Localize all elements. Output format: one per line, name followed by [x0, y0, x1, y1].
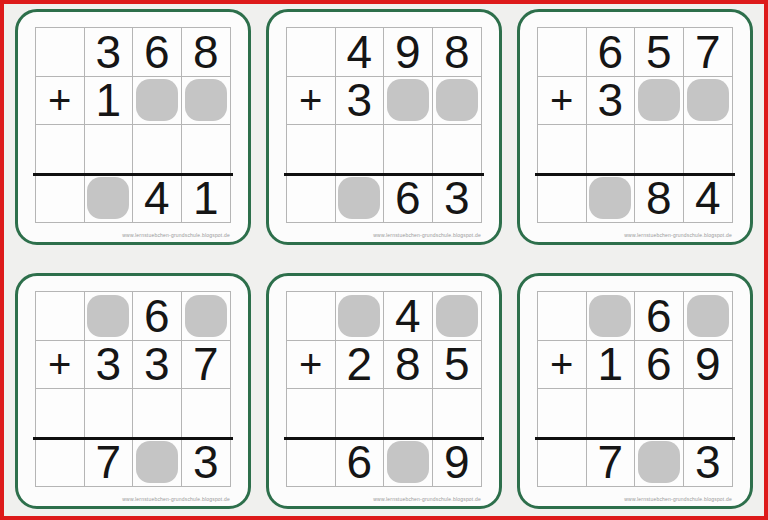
plus-sign: + [36, 341, 85, 390]
cell-r4c1 [287, 174, 336, 223]
digit-cell: 3 [433, 174, 482, 223]
watermark-url: www.lernstuebchen-grundschule.blogspot.d… [373, 496, 481, 502]
watermark-url: www.lernstuebchen-grundschule.blogspot.d… [624, 232, 732, 238]
cell-r1c1 [538, 28, 587, 77]
digit-cell: 3 [336, 77, 385, 126]
puzzle-card-1: 368+141www.lernstuebchen-grundschule.blo… [15, 9, 251, 245]
cell-r3c4 [684, 125, 733, 174]
digit-cell: 6 [336, 438, 385, 487]
cell-r3c4 [433, 125, 482, 174]
cell-r4c1 [36, 174, 85, 223]
blank-tile [87, 177, 129, 219]
digit-cell: 6 [635, 341, 684, 390]
addition-grid: 498+363 [286, 27, 482, 223]
cell-r4c1 [36, 438, 85, 487]
digit-cell: 6 [384, 174, 433, 223]
digit-cell: 1 [182, 174, 231, 223]
cell-r2c4 [433, 77, 482, 126]
cell-r1c4 [433, 292, 482, 341]
cell-r1c1 [36, 292, 85, 341]
cell-r4c2 [336, 174, 385, 223]
cell-r3c3 [384, 389, 433, 438]
digit-cell: 3 [182, 438, 231, 487]
blank-tile [185, 79, 227, 121]
digit-cell: 3 [85, 28, 134, 77]
cell-r3c2 [336, 125, 385, 174]
puzzle-card-6: 6+16973www.lernstuebchen-grundschule.blo… [517, 273, 753, 509]
cell-r3c3 [133, 125, 182, 174]
digit-cell: 7 [85, 438, 134, 487]
blank-tile [589, 295, 631, 337]
digit-cell: 9 [384, 28, 433, 77]
cell-r2c3 [384, 77, 433, 126]
digit-cell: 8 [384, 341, 433, 390]
digit-cell: 7 [684, 28, 733, 77]
cards-grid: 368+141www.lernstuebchen-grundschule.blo… [15, 9, 753, 509]
sum-line [33, 437, 233, 440]
digit-cell: 3 [85, 341, 134, 390]
watermark-url: www.lernstuebchen-grundschule.blogspot.d… [122, 232, 230, 238]
cell-r3c1 [36, 389, 85, 438]
cell-r3c1 [538, 389, 587, 438]
blank-tile [687, 295, 729, 337]
cell-r4c1 [538, 174, 587, 223]
digit-cell: 8 [433, 28, 482, 77]
blank-tile [338, 177, 380, 219]
cell-r3c1 [287, 389, 336, 438]
addition-grid: 657+384 [537, 27, 733, 223]
blank-tile [338, 295, 380, 337]
cell-r3c1 [36, 125, 85, 174]
cell-r3c3 [133, 389, 182, 438]
blank-tile [387, 79, 429, 121]
digit-cell: 2 [336, 341, 385, 390]
digit-cell: 4 [133, 174, 182, 223]
sum-line [535, 437, 735, 440]
blank-tile [436, 295, 478, 337]
plus-sign: + [287, 341, 336, 390]
cell-r1c1 [287, 28, 336, 77]
digit-cell: 3 [587, 77, 636, 126]
cell-r1c1 [538, 292, 587, 341]
cell-r3c3 [384, 125, 433, 174]
cell-r3c2 [587, 125, 636, 174]
digit-cell: 8 [635, 174, 684, 223]
digit-cell: 6 [133, 28, 182, 77]
puzzle-card-4: 6+33773www.lernstuebchen-grundschule.blo… [15, 273, 251, 509]
digit-cell: 3 [684, 438, 733, 487]
cell-r3c2 [587, 389, 636, 438]
blank-tile [185, 295, 227, 337]
cell-r1c2 [587, 292, 636, 341]
plus-sign: + [538, 341, 587, 390]
digit-cell: 4 [336, 28, 385, 77]
plus-sign: + [538, 77, 587, 126]
cell-r4c2 [85, 174, 134, 223]
cell-r3c2 [85, 389, 134, 438]
cell-r2c3 [635, 77, 684, 126]
digit-cell: 3 [133, 341, 182, 390]
plus-sign: + [287, 77, 336, 126]
digit-cell: 5 [635, 28, 684, 77]
digit-cell: 1 [587, 341, 636, 390]
cell-r3c3 [635, 125, 684, 174]
digit-cell: 9 [433, 438, 482, 487]
addition-grid: 6+16973 [537, 291, 733, 487]
sum-line [33, 173, 233, 176]
sum-line [284, 437, 484, 440]
cell-r1c2 [85, 292, 134, 341]
digit-cell: 4 [684, 174, 733, 223]
blank-tile [638, 441, 680, 483]
blank-tile [387, 441, 429, 483]
cell-r3c2 [85, 125, 134, 174]
cell-r3c4 [684, 389, 733, 438]
puzzle-card-5: 4+28569www.lernstuebchen-grundschule.blo… [266, 273, 502, 509]
digit-cell: 6 [133, 292, 182, 341]
cell-r3c4 [182, 389, 231, 438]
digit-cell: 8 [182, 28, 231, 77]
sum-line [535, 173, 735, 176]
watermark-url: www.lernstuebchen-grundschule.blogspot.d… [373, 232, 481, 238]
blank-tile [638, 79, 680, 121]
cell-r2c3 [133, 77, 182, 126]
addition-grid: 368+141 [35, 27, 231, 223]
blank-tile [687, 79, 729, 121]
digit-cell: 1 [85, 77, 134, 126]
cell-r2c4 [684, 77, 733, 126]
digit-cell: 5 [433, 341, 482, 390]
digit-cell: 6 [587, 28, 636, 77]
digit-cell: 6 [635, 292, 684, 341]
cell-r1c2 [336, 292, 385, 341]
cell-r4c3 [384, 438, 433, 487]
cell-r1c1 [36, 28, 85, 77]
puzzle-card-3: 657+384www.lernstuebchen-grundschule.blo… [517, 9, 753, 245]
digit-cell: 4 [384, 292, 433, 341]
cell-r3c4 [182, 125, 231, 174]
cell-r1c4 [182, 292, 231, 341]
cell-r1c1 [287, 292, 336, 341]
sum-line [284, 173, 484, 176]
cell-r4c3 [133, 438, 182, 487]
blank-tile [136, 441, 178, 483]
cell-r3c3 [635, 389, 684, 438]
cell-r2c4 [182, 77, 231, 126]
cell-r4c2 [587, 174, 636, 223]
cell-r4c1 [287, 438, 336, 487]
cell-r3c1 [538, 125, 587, 174]
plus-sign: + [36, 77, 85, 126]
digit-cell: 9 [684, 341, 733, 390]
blank-tile [87, 295, 129, 337]
cell-r3c1 [287, 125, 336, 174]
digit-cell: 7 [587, 438, 636, 487]
cell-r4c1 [538, 438, 587, 487]
worksheet-page: 368+141www.lernstuebchen-grundschule.blo… [0, 0, 768, 520]
blank-tile [589, 177, 631, 219]
addition-grid: 4+28569 [286, 291, 482, 487]
cell-r3c4 [433, 389, 482, 438]
watermark-url: www.lernstuebchen-grundschule.blogspot.d… [122, 496, 230, 502]
cell-r4c3 [635, 438, 684, 487]
cell-r3c2 [336, 389, 385, 438]
blank-tile [136, 79, 178, 121]
blank-tile [436, 79, 478, 121]
digit-cell: 7 [182, 341, 231, 390]
addition-grid: 6+33773 [35, 291, 231, 487]
watermark-url: www.lernstuebchen-grundschule.blogspot.d… [624, 496, 732, 502]
cell-r1c4 [684, 292, 733, 341]
puzzle-card-2: 498+363www.lernstuebchen-grundschule.blo… [266, 9, 502, 245]
